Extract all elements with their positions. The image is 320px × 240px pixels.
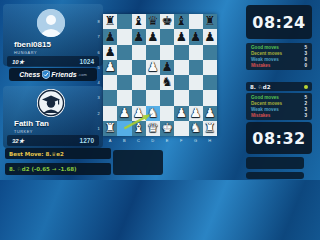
current-move-row: 8. ♘d2 xyxy=(246,82,312,91)
white-knight: ♞ xyxy=(190,122,201,135)
chessfriends-logo[interactable]: Chess Friends .com xyxy=(9,68,97,81)
file-label: G xyxy=(189,137,203,144)
white-queen: ♛ xyxy=(147,122,158,135)
rank-label: 5 xyxy=(95,60,102,75)
square-b5[interactable] xyxy=(117,60,131,75)
square-f6[interactable] xyxy=(174,45,188,60)
square-e3[interactable] xyxy=(160,90,174,105)
stat-value: 0 xyxy=(304,57,307,62)
black-player-rating: 1024 xyxy=(80,58,94,65)
rank-label: 3 xyxy=(95,90,102,105)
square-g8[interactable] xyxy=(189,14,203,29)
black-knight: ♞ xyxy=(162,76,173,89)
square-d5[interactable]: ♟ xyxy=(146,60,160,75)
square-c1[interactable]: ♝ xyxy=(132,121,146,136)
square-f2[interactable]: ♟ xyxy=(174,106,188,121)
black-clock: 08:24 xyxy=(246,5,312,39)
square-c8[interactable]: ♝ xyxy=(132,14,146,29)
square-b1[interactable] xyxy=(117,121,131,136)
square-b2[interactable]: ♟ xyxy=(117,106,131,121)
file-label: B xyxy=(117,137,131,144)
stat-row: Good moves 5 xyxy=(251,45,307,50)
square-b6[interactable] xyxy=(117,45,131,60)
square-b8[interactable] xyxy=(117,14,131,29)
empty-panel xyxy=(246,172,304,179)
square-h6[interactable] xyxy=(203,45,217,60)
stat-label: Mistakes xyxy=(251,63,270,68)
square-b3[interactable] xyxy=(117,90,131,105)
player-card-black: fbeni0815 HUNGARY 10★ 1024 xyxy=(3,4,103,66)
square-f3[interactable] xyxy=(174,90,188,105)
white-player-rating-row: 32★ 1270 xyxy=(7,135,99,146)
square-h7[interactable]: ♟ xyxy=(203,29,217,44)
square-b4[interactable] xyxy=(117,75,131,90)
square-a3[interactable] xyxy=(103,90,117,105)
square-d2[interactable]: ♞ xyxy=(146,106,160,121)
white-knight: ♞ xyxy=(147,107,158,120)
stat-value: 5 xyxy=(304,95,307,100)
square-h1[interactable]: ♜ xyxy=(203,121,217,136)
black-pawn: ♟ xyxy=(190,31,201,44)
white-pawn: ♟ xyxy=(105,61,116,74)
stat-value: 3 xyxy=(304,107,307,112)
white-move-stats: Good moves 5 Decent moves 2 Weak moves 3… xyxy=(246,93,312,120)
square-c4[interactable] xyxy=(132,75,146,90)
person-icon xyxy=(37,9,65,37)
white-king: ♚ xyxy=(162,122,173,135)
black-rook: ♜ xyxy=(105,15,116,28)
white-pawn: ♟ xyxy=(133,107,144,120)
square-h3[interactable] xyxy=(203,90,217,105)
stat-row: Decent moves 3 xyxy=(251,51,307,56)
rank-label: 2 xyxy=(95,106,102,121)
square-a2[interactable] xyxy=(103,106,117,121)
square-e2[interactable] xyxy=(160,106,174,121)
black-clock-time: 08:24 xyxy=(252,13,305,32)
stat-value: 0 xyxy=(304,63,307,68)
square-h4[interactable] xyxy=(203,75,217,90)
shield-icon xyxy=(42,70,50,79)
stat-value: 3 xyxy=(304,51,307,56)
stat-row: Decent moves 2 xyxy=(251,101,307,106)
square-f7[interactable]: ♟ xyxy=(174,29,188,44)
file-label: C xyxy=(132,137,146,144)
empty-panel xyxy=(113,150,163,175)
black-player-avatar xyxy=(37,9,65,37)
played-move-panel: 8. ♘d2 (-0.65 → -1.68) xyxy=(5,163,111,175)
chess-board: ♜♝♛♚♝♜♟♟♟♟♟♟♟♟♟♟♞♟♟♞♟♟♟♜♝♛♚♞♜ xyxy=(103,14,217,136)
square-h8[interactable]: ♜ xyxy=(203,14,217,29)
black-queen: ♛ xyxy=(147,15,158,28)
white-pawn: ♟ xyxy=(190,107,201,120)
stat-label: Weak moves xyxy=(251,107,279,112)
stat-row: Weak moves 3 xyxy=(251,107,307,112)
black-pawn: ♟ xyxy=(105,31,116,44)
white-bishop: ♝ xyxy=(133,122,144,135)
square-a8[interactable]: ♜ xyxy=(103,14,117,29)
stat-row: Mistakes 0 xyxy=(251,63,307,68)
file-labels: ABCDEFGH xyxy=(103,137,217,144)
square-e4[interactable]: ♞ xyxy=(160,75,174,90)
square-g5[interactable] xyxy=(189,60,203,75)
white-pawn: ♟ xyxy=(119,107,130,120)
square-b7[interactable] xyxy=(117,29,131,44)
square-f5[interactable] xyxy=(174,60,188,75)
square-c5[interactable] xyxy=(132,60,146,75)
white-rook: ♜ xyxy=(105,122,116,135)
square-h5[interactable] xyxy=(203,60,217,75)
stat-label: Decent moves xyxy=(251,51,282,56)
file-label: E xyxy=(160,137,174,144)
black-pawn: ♟ xyxy=(162,61,173,74)
white-player-avatar xyxy=(37,89,65,117)
empty-panel xyxy=(246,157,304,169)
square-a5[interactable]: ♟ xyxy=(103,60,117,75)
stat-label: Decent moves xyxy=(251,101,282,106)
square-g2[interactable]: ♟ xyxy=(189,106,203,121)
rank-label: 6 xyxy=(95,45,102,60)
stat-row: Good moves 5 xyxy=(251,95,307,100)
stat-value: 5 xyxy=(304,45,307,50)
square-g6[interactable] xyxy=(189,45,203,60)
white-player-country: TURKEY xyxy=(14,130,33,134)
square-e1[interactable]: ♚ xyxy=(160,121,174,136)
white-player-stars: 32★ xyxy=(12,137,24,144)
white-rook: ♜ xyxy=(204,122,215,135)
rank-label: 1 xyxy=(95,121,102,136)
stat-row: Weak moves 0 xyxy=(251,57,307,62)
file-label: H xyxy=(203,137,217,144)
white-player-name: Fatih Tan xyxy=(14,119,49,128)
square-c7[interactable]: ♟ xyxy=(132,29,146,44)
black-player-country: HUNGARY xyxy=(14,51,37,55)
black-pawn: ♟ xyxy=(176,31,187,44)
best-move-panel: Best Move: 8.♕e2 xyxy=(5,148,111,159)
black-pawn: ♟ xyxy=(147,31,158,44)
square-a6[interactable]: ♟ xyxy=(103,45,117,60)
square-c3[interactable] xyxy=(132,90,146,105)
logo-text-tld: .com xyxy=(78,72,87,77)
square-a1[interactable]: ♜ xyxy=(103,121,117,136)
square-d6[interactable] xyxy=(146,45,160,60)
square-d1[interactable]: ♛ xyxy=(146,121,160,136)
square-f4[interactable] xyxy=(174,75,188,90)
square-c6[interactable] xyxy=(132,45,146,60)
best-move-text: Best Move: 8.♕e2 xyxy=(9,151,64,157)
black-move-stats: Good moves 5 Decent moves 3 Weak moves 0… xyxy=(246,43,312,70)
file-label: F xyxy=(174,137,188,144)
square-g3[interactable] xyxy=(189,90,203,105)
logo-text-chess: Chess xyxy=(19,71,40,78)
black-bishop: ♝ xyxy=(133,15,144,28)
black-pawn: ♟ xyxy=(204,31,215,44)
logo-text-friends: Friends xyxy=(51,71,76,78)
square-e7[interactable] xyxy=(160,29,174,44)
square-e6[interactable] xyxy=(160,45,174,60)
black-player-name: fbeni0815 xyxy=(14,40,51,49)
player-card-white: Fatih Tan TURKEY 32★ 1270 xyxy=(3,86,103,148)
white-clock-time: 08:32 xyxy=(252,129,305,148)
square-e5[interactable]: ♟ xyxy=(160,60,174,75)
black-king: ♚ xyxy=(162,15,173,28)
square-g1[interactable]: ♞ xyxy=(189,121,203,136)
square-e8[interactable]: ♚ xyxy=(160,14,174,29)
graduate-icon xyxy=(37,89,65,117)
stat-row: Mistakes 3 xyxy=(251,113,307,118)
rank-label: 4 xyxy=(95,75,102,90)
stat-value: 2 xyxy=(304,101,307,106)
black-player-stars: 10★ xyxy=(12,58,24,65)
white-pawn: ♟ xyxy=(147,61,158,74)
move-quality-dot xyxy=(304,85,308,89)
played-move-text: 8. ♘d2 (-0.65 → -1.68) xyxy=(9,166,77,172)
white-clock: 08:32 xyxy=(246,122,312,154)
black-bishop: ♝ xyxy=(176,15,187,28)
stat-label: Good moves xyxy=(251,45,279,50)
stat-label: Good moves xyxy=(251,95,279,100)
square-a7[interactable]: ♟ xyxy=(103,29,117,44)
rank-labels: 87654321 xyxy=(95,14,102,136)
stat-value: 3 xyxy=(304,113,307,118)
black-pawn: ♟ xyxy=(133,31,144,44)
square-d8[interactable]: ♛ xyxy=(146,14,160,29)
white-player-rating: 1270 xyxy=(80,137,94,144)
square-g7[interactable]: ♟ xyxy=(189,29,203,44)
black-pawn: ♟ xyxy=(105,46,116,59)
square-h2[interactable]: ♟ xyxy=(203,106,217,121)
rank-label: 7 xyxy=(95,29,102,44)
square-f8[interactable]: ♝ xyxy=(174,14,188,29)
current-move-text: 8. ♘d2 xyxy=(250,84,271,90)
square-d4[interactable] xyxy=(146,75,160,90)
square-d7[interactable]: ♟ xyxy=(146,29,160,44)
black-player-rating-row: 10★ 1024 xyxy=(7,56,99,67)
stat-label: Weak moves xyxy=(251,57,279,62)
white-pawn: ♟ xyxy=(204,107,215,120)
square-f1[interactable] xyxy=(174,121,188,136)
square-g4[interactable] xyxy=(189,75,203,90)
stat-label: Mistakes xyxy=(251,113,270,118)
black-rook: ♜ xyxy=(204,15,215,28)
file-label: A xyxy=(103,137,117,144)
rank-label: 8 xyxy=(95,14,102,29)
white-pawn: ♟ xyxy=(176,107,187,120)
file-label: D xyxy=(146,137,160,144)
square-c2[interactable]: ♟ xyxy=(132,106,146,121)
square-a4[interactable] xyxy=(103,75,117,90)
square-d3[interactable] xyxy=(146,90,160,105)
